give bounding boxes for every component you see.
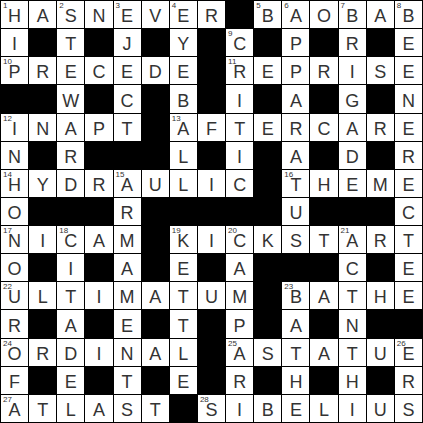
letter-cell[interactable]: T	[339, 282, 366, 309]
cell-letter: R	[367, 120, 394, 138]
letter-cell[interactable]: C	[339, 254, 366, 281]
cell-letter: G	[339, 92, 366, 110]
cell-letter: E	[114, 317, 141, 335]
cell-letter: P	[1, 63, 28, 81]
block-cell	[198, 85, 225, 112]
cell-letter: E	[114, 63, 141, 81]
cell-letter: A	[142, 345, 169, 363]
letter-cell[interactable]: E	[114, 310, 141, 337]
block-cell	[282, 254, 309, 281]
letter-cell[interactable]: F	[198, 114, 225, 141]
letter-cell[interactable]: A	[142, 339, 169, 366]
block-cell	[367, 198, 394, 225]
block-cell	[142, 198, 169, 225]
letter-cell[interactable]: H	[367, 282, 394, 309]
letter-cell[interactable]: E	[339, 170, 366, 197]
letter-cell[interactable]: L	[170, 142, 197, 169]
cell-letter: S	[114, 401, 141, 419]
letter-cell[interactable]: 19K	[170, 226, 197, 253]
cell-letter: C	[310, 120, 337, 138]
cell-letter: R	[367, 232, 394, 250]
letter-cell[interactable]: T	[226, 114, 253, 141]
letter-cell[interactable]: H	[282, 367, 309, 394]
block-cell	[310, 254, 337, 281]
letter-cell[interactable]: 13A	[170, 114, 197, 141]
letter-cell[interactable]: R	[282, 114, 309, 141]
cell-letter: T	[339, 345, 366, 363]
letter-cell[interactable]: E	[282, 395, 309, 422]
block-cell	[198, 198, 225, 225]
letter-cell[interactable]: R	[339, 29, 366, 56]
cell-letter: O	[310, 7, 337, 25]
cell-letter: F	[1, 373, 28, 391]
letter-cell[interactable]: L	[29, 282, 56, 309]
cell-letter: M	[226, 288, 253, 306]
letter-cell[interactable]: T	[114, 114, 141, 141]
letter-cell[interactable]: A	[85, 226, 112, 253]
cell-letter: E	[170, 260, 197, 278]
cell-letter: I	[226, 92, 253, 110]
cell-letter: O	[1, 204, 28, 222]
cell-letter: I	[226, 148, 253, 166]
cell-letter: L	[170, 345, 197, 363]
cell-letter: R	[310, 63, 337, 81]
letter-cell[interactable]: N	[114, 339, 141, 366]
cell-letter: E	[395, 345, 422, 363]
letter-cell[interactable]: R	[395, 367, 422, 394]
cell-letter: A	[339, 120, 366, 138]
letter-cell[interactable]: R	[367, 114, 394, 141]
cell-letter: L	[170, 176, 197, 194]
letter-cell[interactable]: A	[282, 85, 309, 112]
letter-cell[interactable]: Y	[170, 29, 197, 56]
letter-cell[interactable]: A	[29, 1, 56, 28]
cell-letter: A	[142, 288, 169, 306]
block-cell	[85, 254, 112, 281]
letter-cell[interactable]: O	[1, 254, 28, 281]
letter-cell[interactable]: I	[85, 339, 112, 366]
cell-letter: B	[170, 92, 197, 110]
letter-cell[interactable]: A	[142, 282, 169, 309]
letter-cell[interactable]: C	[114, 85, 141, 112]
letter-cell[interactable]: B	[170, 85, 197, 112]
block-cell	[85, 310, 112, 337]
letter-cell[interactable]: I	[226, 395, 253, 422]
letter-cell[interactable]: P	[282, 57, 309, 84]
cell-letter: A	[310, 288, 337, 306]
letter-cell[interactable]: I	[1, 29, 28, 56]
cell-letter: A	[310, 345, 337, 363]
letter-cell[interactable]: T	[57, 282, 84, 309]
cell-letter: C	[114, 92, 141, 110]
cell-letter: E	[395, 35, 422, 53]
letter-cell[interactable]: A	[282, 310, 309, 337]
letter-cell[interactable]: E	[395, 170, 422, 197]
cell-letter: I	[339, 401, 366, 419]
letter-cell[interactable]: D	[57, 170, 84, 197]
letter-cell[interactable]: E	[254, 114, 281, 141]
block-cell	[142, 310, 169, 337]
cell-letter: H	[310, 176, 337, 194]
cell-letter: C	[57, 232, 84, 250]
cell-letter: E	[395, 288, 422, 306]
letter-cell[interactable]: I	[29, 226, 56, 253]
block-cell	[29, 254, 56, 281]
letter-cell[interactable]: E	[57, 367, 84, 394]
letter-cell[interactable]: S	[282, 226, 309, 253]
letter-cell[interactable]: A	[226, 254, 253, 281]
letter-cell[interactable]: E	[395, 114, 422, 141]
letter-cell[interactable]: T	[29, 395, 56, 422]
block-cell	[367, 142, 394, 169]
cell-letter: T	[339, 288, 366, 306]
cell-letter: E	[395, 176, 422, 194]
letter-cell[interactable]: R	[198, 1, 225, 28]
letter-cell[interactable]: A	[367, 1, 394, 28]
cell-letter: S	[198, 401, 225, 419]
letter-cell[interactable]: T	[142, 395, 169, 422]
cell-letter: I	[339, 63, 366, 81]
letter-cell[interactable]: R	[1, 310, 28, 337]
letter-cell[interactable]: T	[310, 226, 337, 253]
cell-letter: A	[367, 7, 394, 25]
letter-cell[interactable]: J	[114, 29, 141, 56]
cell-letter: H	[339, 373, 366, 391]
cell-letter: R	[339, 35, 366, 53]
letter-cell[interactable]: I	[339, 395, 366, 422]
block-cell	[29, 142, 56, 169]
cell-letter: E	[170, 373, 197, 391]
block-cell	[226, 198, 253, 225]
cell-letter: E	[339, 176, 366, 194]
letter-cell[interactable]: T	[170, 310, 197, 337]
letter-cell[interactable]: W	[57, 85, 84, 112]
letter-cell[interactable]: 5B	[254, 1, 281, 28]
letter-cell[interactable]: Y	[29, 170, 56, 197]
cell-letter: H	[1, 176, 28, 194]
block-cell	[198, 339, 225, 366]
letter-cell[interactable]: C	[85, 57, 112, 84]
letter-cell[interactable]: E	[170, 254, 197, 281]
block-cell	[85, 142, 112, 169]
cell-letter: D	[57, 176, 84, 194]
letter-cell[interactable]: U	[198, 282, 225, 309]
letter-cell[interactable]: A	[310, 339, 337, 366]
cell-letter: E	[395, 260, 422, 278]
letter-cell[interactable]: M	[114, 282, 141, 309]
cell-letter: B	[395, 7, 422, 25]
letter-cell[interactable]: N	[395, 85, 422, 112]
cell-letter: J	[114, 35, 141, 53]
block-cell	[254, 367, 281, 394]
cell-letter: N	[114, 345, 141, 363]
block-cell	[57, 198, 84, 225]
block-cell	[198, 310, 225, 337]
letter-cell[interactable]: E	[395, 254, 422, 281]
cell-letter: R	[57, 148, 84, 166]
cell-letter: H	[282, 373, 309, 391]
letter-cell[interactable]: O	[310, 1, 337, 28]
letter-cell[interactable]: 11R	[226, 57, 253, 84]
cell-letter: I	[85, 288, 112, 306]
cell-letter: L	[310, 401, 337, 419]
letter-cell[interactable]: 22U	[1, 282, 28, 309]
letter-cell[interactable]: L	[170, 339, 197, 366]
block-cell	[114, 142, 141, 169]
cell-letter: T	[57, 288, 84, 306]
letter-cell[interactable]: S	[367, 57, 394, 84]
cell-letter: T	[282, 345, 309, 363]
letter-cell[interactable]: 10P	[1, 57, 28, 84]
cell-letter: H	[1, 7, 28, 25]
cell-letter: N	[395, 92, 422, 110]
letter-cell[interactable]: E	[395, 282, 422, 309]
letter-cell[interactable]: R	[29, 339, 56, 366]
letter-cell[interactable]: P	[226, 310, 253, 337]
letter-cell[interactable]: 21A	[339, 226, 366, 253]
cell-letter: I	[85, 345, 112, 363]
cell-letter: A	[29, 7, 56, 25]
letter-cell[interactable]: 4E	[170, 1, 197, 28]
cell-letter: I	[198, 232, 225, 250]
cell-letter: U	[1, 288, 28, 306]
letter-cell[interactable]: 3E	[114, 1, 141, 28]
block-cell	[142, 367, 169, 394]
cell-letter: E	[57, 373, 84, 391]
block-cell	[85, 198, 112, 225]
letter-cell[interactable]: 27A	[1, 395, 28, 422]
block-cell	[29, 367, 56, 394]
letter-cell[interactable]: A	[114, 254, 141, 281]
letter-cell[interactable]: I	[85, 282, 112, 309]
cell-letter: R	[29, 345, 56, 363]
letter-cell[interactable]: A	[282, 142, 309, 169]
letter-cell[interactable]: C	[226, 170, 253, 197]
block-cell	[142, 254, 169, 281]
letter-cell[interactable]: 2S	[57, 1, 84, 28]
cell-letter: A	[282, 317, 309, 335]
cell-letter: S	[57, 7, 84, 25]
letter-cell[interactable]: U	[367, 395, 394, 422]
letter-cell[interactable]: G	[339, 85, 366, 112]
cell-letter: T	[142, 401, 169, 419]
letter-cell[interactable]: 20C	[226, 226, 253, 253]
letter-cell[interactable]: N	[85, 1, 112, 28]
cell-letter: A	[1, 401, 28, 419]
cell-letter: C	[85, 63, 112, 81]
letter-cell[interactable]: S	[114, 395, 141, 422]
letter-cell[interactable]: A	[310, 282, 337, 309]
letter-cell[interactable]: R	[310, 57, 337, 84]
cell-letter: A	[282, 7, 309, 25]
letter-cell[interactable]: P	[282, 29, 309, 56]
cell-letter: U	[142, 176, 169, 194]
cell-letter: T	[29, 401, 56, 419]
cell-letter: P	[282, 63, 309, 81]
letter-cell[interactable]: R	[57, 142, 84, 169]
letter-cell[interactable]: E	[395, 29, 422, 56]
cell-letter: E	[395, 63, 422, 81]
letter-cell[interactable]: L	[57, 395, 84, 422]
letter-cell[interactable]: H	[310, 170, 337, 197]
letter-cell[interactable]: E	[57, 57, 84, 84]
letter-cell[interactable]: T	[395, 226, 422, 253]
cell-letter: K	[170, 232, 197, 250]
letter-cell[interactable]: A	[85, 395, 112, 422]
letter-cell[interactable]: R	[226, 367, 253, 394]
cell-letter: T	[310, 232, 337, 250]
block-cell	[310, 367, 337, 394]
cell-letter: R	[85, 176, 112, 194]
cell-letter: M	[367, 176, 394, 194]
letter-cell[interactable]: U	[367, 339, 394, 366]
cell-letter: A	[339, 232, 366, 250]
letter-cell[interactable]: 18C	[57, 226, 84, 253]
letter-cell[interactable]: E	[254, 57, 281, 84]
letter-cell[interactable]: 14H	[1, 170, 28, 197]
block-cell	[254, 198, 281, 225]
cell-letter: C	[226, 176, 253, 194]
letter-cell[interactable]: R	[395, 142, 422, 169]
letter-cell[interactable]: N	[1, 142, 28, 169]
cell-letter: R	[198, 7, 225, 25]
letter-cell[interactable]: F	[1, 367, 28, 394]
letter-cell[interactable]: 7B	[339, 1, 366, 28]
letter-cell[interactable]: T	[114, 367, 141, 394]
cell-letter: S	[254, 345, 281, 363]
letter-cell[interactable]: D	[57, 339, 84, 366]
cell-letter: E	[114, 7, 141, 25]
block-cell	[142, 226, 169, 253]
cell-letter: R	[395, 148, 422, 166]
cell-letter: O	[1, 260, 28, 278]
letter-cell[interactable]: C	[395, 198, 422, 225]
cell-letter: U	[198, 288, 225, 306]
letter-cell[interactable]: L	[170, 170, 197, 197]
letter-cell[interactable]: I	[226, 85, 253, 112]
letter-cell[interactable]: L	[310, 395, 337, 422]
block-cell	[254, 85, 281, 112]
cell-letter: A	[282, 148, 309, 166]
letter-cell[interactable]: 26E	[395, 339, 422, 366]
letter-cell[interactable]: M	[226, 282, 253, 309]
letter-cell[interactable]: E	[114, 57, 141, 84]
cell-letter: R	[1, 317, 28, 335]
letter-cell[interactable]: R	[114, 198, 141, 225]
cell-letter: E	[254, 63, 281, 81]
block-cell	[310, 85, 337, 112]
block-cell	[85, 85, 112, 112]
letter-cell[interactable]: I	[226, 142, 253, 169]
letter-cell[interactable]: K	[254, 226, 281, 253]
cell-letter: T	[170, 317, 197, 335]
letter-cell[interactable]: R	[29, 57, 56, 84]
letter-cell[interactable]: I	[57, 254, 84, 281]
cell-letter: B	[254, 7, 281, 25]
letter-cell[interactable]: 17N	[1, 226, 28, 253]
letter-cell[interactable]: O	[1, 198, 28, 225]
cell-letter: V	[142, 7, 169, 25]
letter-cell[interactable]: T	[170, 282, 197, 309]
letter-cell[interactable]: 24O	[1, 339, 28, 366]
letter-cell[interactable]: R	[367, 226, 394, 253]
block-cell	[198, 142, 225, 169]
letter-cell[interactable]: S	[254, 339, 281, 366]
letter-cell[interactable]: P	[85, 114, 112, 141]
cell-letter: P	[85, 120, 112, 138]
letter-cell[interactable]: I	[198, 170, 225, 197]
cell-letter: B	[339, 7, 366, 25]
letter-cell[interactable]: T	[57, 29, 84, 56]
cell-letter: E	[395, 120, 422, 138]
letter-cell[interactable]: R	[85, 170, 112, 197]
letter-cell[interactable]: 9C	[226, 29, 253, 56]
cell-letter: O	[1, 345, 28, 363]
letter-cell[interactable]: S	[395, 395, 422, 422]
letter-cell[interactable]: 25A	[226, 339, 253, 366]
letter-cell[interactable]: A	[57, 310, 84, 337]
letter-cell[interactable]: U	[282, 198, 309, 225]
letter-cell[interactable]: 12I	[1, 114, 28, 141]
letter-cell[interactable]: I	[198, 226, 225, 253]
letter-cell[interactable]: A	[339, 114, 366, 141]
letter-cell[interactable]: N	[29, 114, 56, 141]
block-cell	[142, 114, 169, 141]
letter-cell[interactable]: I	[339, 57, 366, 84]
cell-letter: R	[395, 373, 422, 391]
block-cell	[339, 198, 366, 225]
cell-letter: N	[29, 120, 56, 138]
block-cell	[254, 310, 281, 337]
letter-cell[interactable]: E	[395, 57, 422, 84]
letter-cell[interactable]: A	[57, 114, 84, 141]
letter-cell[interactable]: D	[142, 57, 169, 84]
cell-letter: M	[114, 232, 141, 250]
block-cell	[254, 29, 281, 56]
letter-cell[interactable]: 23B	[282, 282, 309, 309]
letter-cell[interactable]: H	[339, 367, 366, 394]
cell-letter: W	[57, 92, 84, 110]
letter-cell[interactable]: M	[367, 170, 394, 197]
letter-cell[interactable]: U	[142, 170, 169, 197]
letter-cell[interactable]: N	[339, 310, 366, 337]
letter-cell[interactable]: 6A	[282, 1, 309, 28]
cell-letter: A	[226, 345, 253, 363]
letter-cell[interactable]: 16T	[282, 170, 309, 197]
cell-letter: T	[114, 373, 141, 391]
letter-cell[interactable]: 1H	[1, 1, 28, 28]
letter-cell[interactable]: T	[339, 339, 366, 366]
letter-cell[interactable]: 15A	[114, 170, 141, 197]
cell-letter: M	[114, 288, 141, 306]
letter-cell[interactable]: V	[142, 1, 169, 28]
letter-cell[interactable]: 28S	[198, 395, 225, 422]
cell-letter: T	[226, 120, 253, 138]
cell-letter: C	[395, 204, 422, 222]
letter-cell[interactable]: E	[170, 367, 197, 394]
letter-cell[interactable]: E	[170, 57, 197, 84]
letter-cell[interactable]: T	[282, 339, 309, 366]
letter-cell[interactable]: B	[254, 395, 281, 422]
block-cell	[254, 282, 281, 309]
letter-cell[interactable]: M	[114, 226, 141, 253]
cell-letter: N	[1, 148, 28, 166]
letter-cell[interactable]: C	[310, 114, 337, 141]
cell-letter: I	[198, 176, 225, 194]
cell-letter: D	[142, 63, 169, 81]
letter-cell[interactable]: D	[339, 142, 366, 169]
letter-cell[interactable]: 8B	[395, 1, 422, 28]
